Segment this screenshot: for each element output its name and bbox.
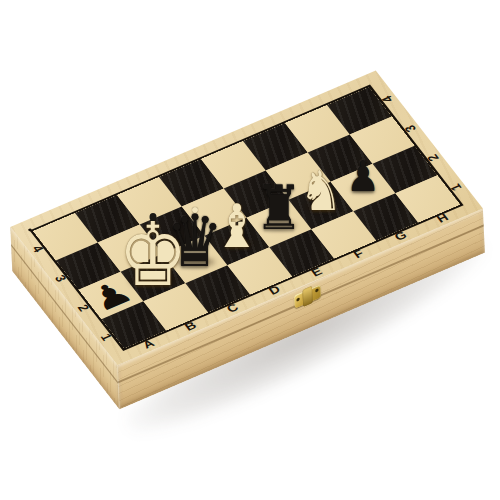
- queen-light-ball-finial: [192, 207, 198, 213]
- chess-piece-white-king: ♚: [118, 211, 187, 299]
- clasp-keeper: [302, 286, 312, 307]
- chess-piece-white-knight: ♞: [299, 164, 342, 219]
- king-dark-finial: [150, 213, 157, 221]
- chess-piece-black-rook: ♜: [255, 177, 303, 238]
- product-photo-chess-box: ♟ ABCDEFGH11223344 ♟♞♜♝♛♚: [0, 0, 500, 500]
- chess-piece-black-pawn: ♟: [346, 156, 379, 198]
